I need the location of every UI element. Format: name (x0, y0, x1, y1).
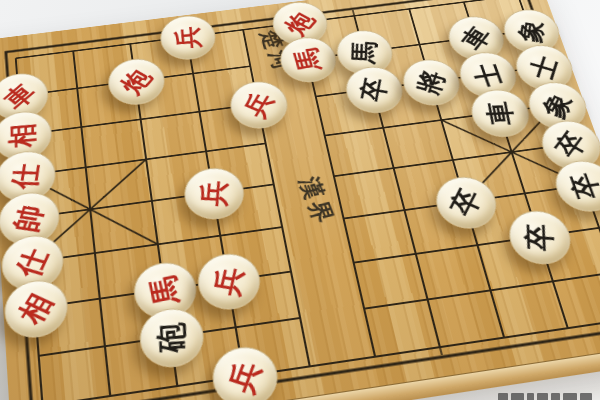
piece-character: 卒 (551, 128, 591, 162)
piece-character: 象 (516, 18, 546, 44)
piece-character: 士 (527, 53, 561, 82)
piece-character: 炮 (117, 66, 156, 98)
piece-character: 帥 (10, 203, 47, 233)
piece-character: 車 (457, 23, 495, 54)
photo-scene: 楚河 漢界 車相仕帥仕相炮馬兵兵兵兵兵炮馬砲馬卒將卒車士車卒象士象卒卒 (0, 0, 600, 400)
piece-character: 馬 (147, 274, 184, 308)
piece-character: 車 (0, 80, 40, 113)
piece-character: 炮 (281, 8, 319, 38)
piece-character: 兵 (211, 265, 248, 298)
piece-character: 馬 (350, 41, 378, 65)
piece-character: 象 (539, 90, 576, 122)
piece-character: 兵 (240, 89, 278, 121)
piece-character: 卒 (567, 171, 600, 200)
watermark-cropped-text (498, 393, 592, 400)
piece-character: 士 (470, 62, 505, 89)
piece-character: 卒 (524, 223, 556, 252)
piece-character: 相 (14, 290, 57, 328)
xiangqi-board: 楚河 漢界 車相仕帥仕相炮馬兵兵兵兵兵炮馬砲馬卒將卒車士車卒象士象卒卒 (0, 0, 600, 400)
piece-character: 卒 (358, 76, 390, 103)
board-perspective-wrapper: 楚河 漢界 車相仕帥仕相炮馬兵兵兵兵兵炮馬砲馬卒將卒車士車卒象士象卒卒 (0, 0, 600, 400)
piece-character: 相 (8, 122, 37, 149)
piece-character: 卒 (446, 185, 485, 220)
piece-character: 將 (414, 68, 449, 97)
piece-character: 仕 (9, 163, 42, 189)
piece-character: 仕 (12, 246, 53, 280)
piece-character: 兵 (224, 358, 265, 397)
piece-character: 兵 (198, 180, 230, 207)
piece-character: 兵 (173, 26, 202, 50)
piece-character: 車 (484, 101, 517, 126)
piece-character: 馬 (292, 46, 326, 73)
piece-character: 砲 (155, 322, 188, 353)
